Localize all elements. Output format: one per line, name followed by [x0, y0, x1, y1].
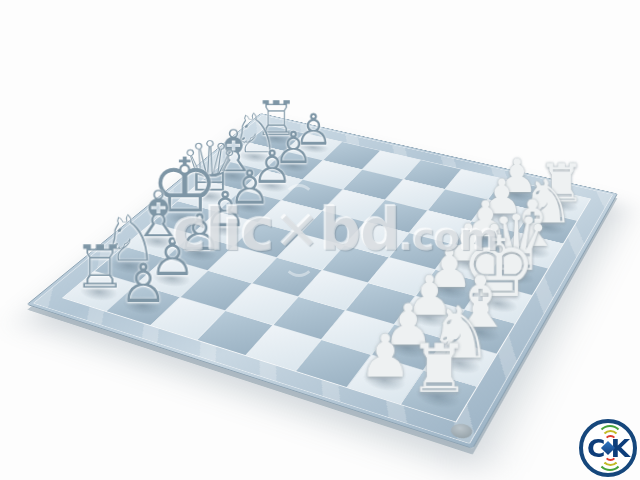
- rubber-foot: [448, 421, 476, 440]
- square-h8[interactable]: ♜: [401, 371, 476, 422]
- watermark-x-icon: ✕: [275, 200, 318, 263]
- clickbd-logo[interactable]: C K: [579, 419, 637, 477]
- watermark: clic ✕ bd .com: [172, 196, 498, 264]
- piece-glyph: ♙: [119, 257, 167, 311]
- signal-arc-icon: [604, 448, 617, 461]
- glass-board-plate: ♖♙♟♜♘♙♟♞♗♙♟♝♕♙♟♛♔♙♟♚♗♙♟♝♘♙♟♞♖♙♟♜: [26, 113, 618, 449]
- chess-board[interactable]: ♖♙♟♜♘♙♟♞♗♙♟♝♕♙♟♛♔♙♟♚♗♙♟♝♘♙♟♞♖♙♟♜: [62, 125, 591, 423]
- watermark-text-tld: .com: [399, 215, 498, 259]
- piece-glyph: ♜: [409, 335, 469, 402]
- chess-board-3d-wrapper: ♖♙♟♜♘♙♟♞♗♙♟♝♕♙♟♛♔♙♟♚♗♙♟♝♘♙♟♞♖♙♟♜: [26, 113, 618, 449]
- square-f5[interactable]: [299, 270, 367, 309]
- watermark-text-mid: bd: [320, 196, 399, 264]
- watermark-text-pre: clic: [172, 196, 273, 264]
- piece-glyph: ♟: [359, 327, 412, 386]
- product-photo: ♖♙♟♜♘♙♟♞♗♙♟♝♕♙♟♛♔♙♟♚♗♙♟♝♘♙♟♞♖♙♟♜ clic ✕ …: [0, 0, 640, 480]
